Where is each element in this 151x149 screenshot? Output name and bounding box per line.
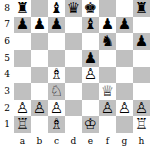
square-g2[interactable]: ♙ <box>116 100 133 117</box>
piece-black-bishop: ♝ <box>50 1 63 16</box>
square-a3[interactable] <box>14 83 31 100</box>
square-h8[interactable]: ♜ <box>133 0 150 17</box>
square-h4[interactable] <box>133 67 150 84</box>
piece-black-pawn: ♟ <box>101 17 114 32</box>
square-c7[interactable]: ♟ <box>48 17 65 34</box>
piece-black-pawn: ♟ <box>50 17 63 32</box>
piece-white-queen: ♕ <box>101 84 114 99</box>
square-a1[interactable]: ♖ <box>14 116 31 133</box>
square-c5[interactable] <box>48 50 65 67</box>
square-d4[interactable] <box>65 67 82 84</box>
file-label-g: g <box>116 133 133 149</box>
square-g1[interactable] <box>116 116 133 133</box>
corner-spacer <box>0 133 14 149</box>
square-e5[interactable]: ♟ <box>82 50 99 67</box>
piece-black-queen: ♛ <box>67 1 80 16</box>
square-c8[interactable]: ♝ <box>48 0 65 17</box>
piece-white-king: ♔ <box>84 117 97 132</box>
file-label-h: h <box>133 133 150 149</box>
square-g8[interactable] <box>116 0 133 17</box>
piece-black-pawn: ♟ <box>84 51 97 66</box>
piece-white-rook: ♖ <box>135 117 148 132</box>
piece-black-knight: ♞ <box>101 34 114 49</box>
square-h7[interactable] <box>133 17 150 34</box>
square-h5[interactable] <box>133 50 150 67</box>
piece-black-pawn: ♟ <box>16 17 29 32</box>
square-b1[interactable] <box>31 116 48 133</box>
square-f8[interactable] <box>99 0 116 17</box>
piece-black-rook: ♜ <box>16 1 29 16</box>
square-h2[interactable]: ♙ <box>133 100 150 117</box>
square-g4[interactable] <box>116 67 133 84</box>
square-d7[interactable] <box>65 17 82 34</box>
square-e1[interactable]: ♔ <box>82 116 99 133</box>
piece-black-pawn: ♟ <box>135 34 148 49</box>
piece-white-pawn: ♙ <box>101 101 114 116</box>
square-c1[interactable]: ♗ <box>48 116 65 133</box>
square-h3[interactable] <box>133 83 150 100</box>
square-d5[interactable] <box>65 50 82 67</box>
file-label-f: f <box>99 133 116 149</box>
chess-diagram: 8♜♝♛♚♜7♟♟♟♝♟♟6♞♟5♟4♗♙3♘♕2♙♙♙♙♙♙1♖♗♔♖abcd… <box>0 0 151 149</box>
piece-black-bishop: ♝ <box>84 17 97 32</box>
square-h6[interactable]: ♟ <box>133 33 150 50</box>
square-a4[interactable] <box>14 67 31 84</box>
piece-white-pawn: ♙ <box>135 101 148 116</box>
square-e2[interactable] <box>82 100 99 117</box>
rank-label-7: 7 <box>0 17 14 34</box>
file-label-a: a <box>14 133 31 149</box>
piece-white-knight: ♘ <box>50 84 63 99</box>
square-e8[interactable]: ♚ <box>82 0 99 17</box>
square-h1[interactable]: ♖ <box>133 116 150 133</box>
square-d8[interactable]: ♛ <box>65 0 82 17</box>
rank-label-3: 3 <box>0 83 14 100</box>
square-f4[interactable] <box>99 67 116 84</box>
square-e6[interactable] <box>82 33 99 50</box>
square-b8[interactable] <box>31 0 48 17</box>
square-f7[interactable]: ♟ <box>99 17 116 34</box>
piece-white-pawn: ♙ <box>16 101 29 116</box>
rank-label-5: 5 <box>0 50 14 67</box>
piece-white-bishop: ♗ <box>50 117 63 132</box>
square-d2[interactable] <box>65 100 82 117</box>
square-d1[interactable] <box>65 116 82 133</box>
rank-label-6: 6 <box>0 33 14 50</box>
piece-white-rook: ♖ <box>16 117 29 132</box>
piece-white-pawn: ♙ <box>50 101 63 116</box>
square-f6[interactable]: ♞ <box>99 33 116 50</box>
square-e3[interactable] <box>82 83 99 100</box>
square-a7[interactable]: ♟ <box>14 17 31 34</box>
square-d6[interactable] <box>65 33 82 50</box>
square-a6[interactable] <box>14 33 31 50</box>
piece-white-pawn: ♙ <box>118 101 131 116</box>
square-b3[interactable] <box>31 83 48 100</box>
piece-black-king: ♚ <box>84 1 97 16</box>
square-e4[interactable]: ♙ <box>82 67 99 84</box>
square-b7[interactable]: ♟ <box>31 17 48 34</box>
square-g3[interactable] <box>116 83 133 100</box>
square-b6[interactable] <box>31 33 48 50</box>
file-label-d: d <box>65 133 82 149</box>
square-g6[interactable] <box>116 33 133 50</box>
square-d3[interactable] <box>65 83 82 100</box>
square-b5[interactable] <box>31 50 48 67</box>
square-g5[interactable] <box>116 50 133 67</box>
rank-label-4: 4 <box>0 67 14 84</box>
square-c3[interactable]: ♘ <box>48 83 65 100</box>
rank-label-2: 2 <box>0 100 14 117</box>
square-f2[interactable]: ♙ <box>99 100 116 117</box>
square-f3[interactable]: ♕ <box>99 83 116 100</box>
square-f5[interactable] <box>99 50 116 67</box>
square-a5[interactable] <box>14 50 31 67</box>
piece-black-pawn: ♟ <box>33 17 46 32</box>
rank-label-8: 8 <box>0 0 14 17</box>
square-b4[interactable] <box>31 67 48 84</box>
piece-white-pawn: ♙ <box>84 67 97 82</box>
piece-black-pawn: ♟ <box>118 17 131 32</box>
square-c2[interactable]: ♙ <box>48 100 65 117</box>
square-f1[interactable] <box>99 116 116 133</box>
piece-white-bishop: ♗ <box>50 67 63 82</box>
square-c6[interactable] <box>48 33 65 50</box>
piece-black-rook: ♜ <box>135 1 148 16</box>
file-label-e: e <box>82 133 99 149</box>
square-e7[interactable]: ♝ <box>82 17 99 34</box>
rank-label-1: 1 <box>0 116 14 133</box>
square-g7[interactable]: ♟ <box>116 17 133 34</box>
square-b2[interactable]: ♙ <box>31 100 48 117</box>
file-label-c: c <box>48 133 65 149</box>
square-a8[interactable]: ♜ <box>14 0 31 17</box>
file-label-b: b <box>31 133 48 149</box>
square-c4[interactable]: ♗ <box>48 67 65 84</box>
piece-white-pawn: ♙ <box>33 101 46 116</box>
square-a2[interactable]: ♙ <box>14 100 31 117</box>
